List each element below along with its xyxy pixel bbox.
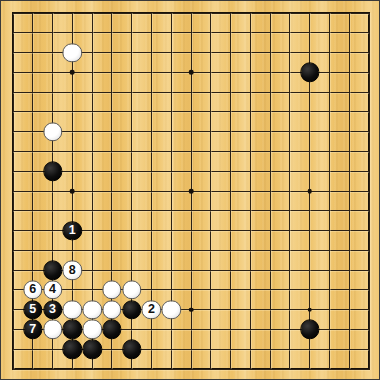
- grid-line-horizontal: [13, 369, 370, 370]
- move-number: 4: [49, 284, 56, 297]
- grid-line-vertical: [329, 13, 330, 370]
- grid-line-vertical: [210, 13, 211, 370]
- go-board-screenshot: 86421537: [0, 0, 380, 380]
- move-number: 6: [29, 284, 36, 297]
- move-number: 7: [29, 323, 36, 336]
- grid-line-vertical: [250, 13, 251, 370]
- go-board[interactable]: 86421537: [1, 1, 380, 380]
- star-point: [189, 189, 194, 194]
- move-number: 5: [29, 303, 36, 316]
- star-point: [70, 189, 75, 194]
- move-number: 3: [49, 303, 56, 316]
- grid-line-horizontal: [13, 250, 370, 251]
- grid-line-horizontal: [13, 210, 370, 211]
- move-number: 8: [69, 264, 76, 277]
- grid-line-vertical: [270, 13, 271, 370]
- grid-line-vertical: [289, 13, 290, 370]
- star-point: [307, 307, 312, 312]
- grid-line-vertical: [369, 13, 370, 370]
- star-point: [189, 307, 194, 312]
- grid-line-vertical: [230, 13, 231, 370]
- grid-line-horizontal: [13, 289, 370, 290]
- grid-line-vertical: [349, 13, 350, 370]
- move-number: 2: [148, 303, 155, 316]
- star-point: [189, 70, 194, 75]
- move-number: 1: [69, 224, 76, 237]
- star-point: [70, 70, 75, 75]
- star-point: [307, 189, 312, 194]
